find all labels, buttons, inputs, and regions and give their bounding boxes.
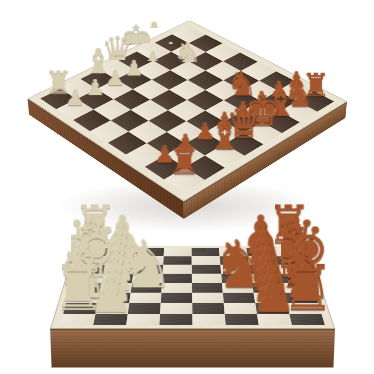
piece-brown-pawn: ♟ bbox=[211, 46, 238, 133]
square-f8 bbox=[284, 293, 318, 303]
ground-shadow-bottom bbox=[52, 344, 332, 364]
piece-brown-pawn: ♟ bbox=[230, 36, 257, 122]
square-e8 bbox=[282, 283, 315, 293]
square-e1 bbox=[69, 283, 102, 293]
square-e1 bbox=[119, 51, 154, 69]
square-e6 bbox=[205, 100, 242, 121]
square-b8 bbox=[276, 256, 307, 265]
square-c7 bbox=[249, 265, 280, 274]
piece-brown-queen: ♛ bbox=[230, 56, 258, 144]
square-b6 bbox=[220, 256, 249, 265]
square-f1 bbox=[66, 293, 100, 303]
square-c3 bbox=[133, 265, 163, 274]
square-c7 bbox=[186, 132, 225, 155]
square-e3 bbox=[152, 70, 188, 89]
piece-white-pawn: ♟ bbox=[82, 16, 108, 99]
square-c2 bbox=[97, 79, 133, 99]
square-d5 bbox=[168, 100, 205, 121]
square-g7 bbox=[255, 303, 289, 314]
square-b5 bbox=[129, 121, 167, 143]
square-d3 bbox=[133, 80, 169, 100]
square-g6 bbox=[242, 81, 278, 101]
square-e5 bbox=[187, 90, 224, 111]
square-f6 bbox=[223, 293, 255, 303]
square-e6 bbox=[222, 283, 254, 293]
piece-brown-king: ♚ bbox=[249, 46, 276, 133]
piece-white-pawn: ♟ bbox=[140, 0, 165, 70]
square-a4 bbox=[90, 120, 128, 142]
piece-white-knight: ♞ bbox=[160, 0, 184, 43]
square-g7 bbox=[261, 91, 298, 112]
square-f3 bbox=[129, 293, 161, 303]
square-b3 bbox=[94, 99, 131, 120]
square-g8 bbox=[280, 101, 317, 122]
square-a4 bbox=[164, 248, 192, 256]
square-h8 bbox=[297, 91, 334, 112]
square-h7 bbox=[278, 81, 314, 101]
piece-white-rook: ♜ bbox=[62, 215, 95, 320]
square-c8 bbox=[205, 144, 245, 168]
square-f3 bbox=[170, 61, 205, 80]
square-a2 bbox=[108, 248, 137, 256]
square-c1 bbox=[75, 265, 106, 274]
square-d8 bbox=[225, 133, 264, 156]
chess-set-render: ♜♟♞♟♝♟♚♞♟♛♟♝♟♟♜♟♞♟♜♞♟♟♝♟♚♟♛♟♝♟♟♜ ♜♟♟♜♟♟♝… bbox=[0, 0, 374, 374]
square-d7 bbox=[250, 274, 282, 283]
square-d6 bbox=[186, 111, 224, 133]
square-e7 bbox=[224, 111, 262, 133]
square-b2 bbox=[106, 256, 136, 265]
piece-brown-bishop: ♝ bbox=[268, 36, 295, 122]
square-b5 bbox=[192, 256, 221, 265]
square-g4 bbox=[206, 61, 241, 80]
piece-white-pawn: ♟ bbox=[94, 215, 127, 320]
square-a3 bbox=[73, 110, 111, 132]
square-a6 bbox=[126, 143, 165, 167]
square-g2 bbox=[95, 303, 129, 314]
square-g2 bbox=[171, 43, 205, 61]
piece-brown-pawn: ♟ bbox=[258, 215, 291, 320]
square-g6 bbox=[224, 303, 257, 314]
square-h2 bbox=[93, 314, 128, 325]
square-f8 bbox=[262, 111, 300, 133]
square-d7 bbox=[205, 122, 243, 144]
square-d4 bbox=[150, 90, 187, 111]
square-b3 bbox=[134, 256, 163, 265]
piece-white-pawn: ♟ bbox=[158, 0, 183, 61]
piece-white-pawn: ♟ bbox=[176, 0, 200, 52]
square-h6 bbox=[259, 71, 295, 91]
square-e3 bbox=[131, 283, 162, 293]
square-h1 bbox=[60, 314, 96, 325]
square-d2 bbox=[116, 70, 152, 89]
square-c6 bbox=[220, 265, 250, 274]
piece-brown-pawn: ♟ bbox=[171, 66, 199, 155]
square-h1 bbox=[172, 26, 206, 43]
square-g3 bbox=[188, 52, 223, 70]
square-f4 bbox=[188, 71, 224, 90]
square-c6 bbox=[167, 121, 205, 143]
piece-brown-pawn: ♟ bbox=[248, 27, 274, 111]
square-f5 bbox=[205, 80, 241, 100]
square-a6 bbox=[219, 248, 248, 256]
chess-board-side: ♜♟♟♜♟♟♝♟♟♝♛♟♟♛♚♟♟♚♝♟♞♞♟♝♞♟♟♞♜♟♟♜ bbox=[50, 246, 335, 329]
square-a5 bbox=[108, 132, 147, 155]
square-d4 bbox=[162, 274, 192, 283]
piece-white-bishop: ♝ bbox=[142, 0, 166, 52]
square-c2 bbox=[104, 265, 135, 274]
square-g1 bbox=[155, 34, 189, 52]
square-e2 bbox=[135, 61, 170, 80]
square-a7 bbox=[145, 155, 185, 179]
square-e5 bbox=[192, 283, 223, 293]
square-d5 bbox=[192, 274, 222, 283]
piece-brown-pawn: ♟ bbox=[266, 18, 292, 101]
square-b2 bbox=[77, 89, 114, 110]
square-h3 bbox=[206, 43, 240, 61]
square-g1 bbox=[63, 303, 98, 314]
piece-white-pawn: ♟ bbox=[194, 0, 218, 43]
piece-white-rook: ♜ bbox=[46, 16, 72, 99]
piece-brown-pawn: ♟ bbox=[283, 9, 309, 91]
square-g3 bbox=[128, 303, 161, 314]
piece-brown-rook: ♜ bbox=[303, 18, 329, 101]
square-b8 bbox=[185, 155, 225, 179]
square-c4 bbox=[131, 100, 168, 121]
piece-white-king: ♚ bbox=[124, 0, 149, 61]
piece-brown-rook: ♜ bbox=[170, 88, 199, 180]
piece-white-pawn: ♟ bbox=[121, 0, 146, 79]
square-h8 bbox=[289, 314, 325, 325]
square-d6 bbox=[221, 274, 252, 283]
square-h5 bbox=[241, 62, 276, 81]
piece-brown-rook: ♜ bbox=[291, 215, 324, 320]
square-c3 bbox=[114, 89, 151, 110]
piece-white-queen: ♛ bbox=[105, 0, 130, 70]
square-h5 bbox=[192, 314, 225, 325]
square-c5 bbox=[192, 265, 221, 274]
square-b1 bbox=[77, 256, 107, 265]
piece-brown-knight: ♞ bbox=[229, 17, 255, 100]
square-h3 bbox=[126, 314, 160, 325]
square-a5 bbox=[192, 248, 220, 256]
square-h7 bbox=[257, 314, 292, 325]
square-f2 bbox=[153, 52, 188, 70]
square-f6 bbox=[224, 90, 261, 111]
square-d8 bbox=[280, 274, 312, 283]
square-c8 bbox=[278, 265, 309, 274]
ground-shadow-top bbox=[57, 180, 317, 232]
square-g5 bbox=[223, 71, 259, 90]
square-c4 bbox=[163, 265, 192, 274]
square-b1 bbox=[61, 79, 97, 99]
piece-white-rook: ♜ bbox=[177, 0, 201, 34]
square-e2 bbox=[100, 283, 132, 293]
square-h6 bbox=[225, 314, 259, 325]
square-e4 bbox=[169, 80, 205, 100]
chess-board-overhead: ♜♟♞♟♝♟♚♞♟♛♟♝♟♟♜♟♞♟♜♞♟♟♝♟♚♟♛♟♝♟♟♜ bbox=[28, 20, 348, 201]
square-b7 bbox=[248, 256, 278, 265]
piece-brown-knight: ♞ bbox=[288, 206, 320, 308]
square-b7 bbox=[166, 144, 205, 168]
square-f7 bbox=[254, 293, 287, 303]
piece-brown-bishop: ♝ bbox=[211, 66, 239, 155]
piece-white-pawn: ♟ bbox=[62, 25, 88, 109]
piece-brown-knight: ♞ bbox=[285, 27, 311, 112]
piece-white-knight: ♞ bbox=[175, 0, 200, 70]
square-g8 bbox=[287, 303, 322, 314]
square-a1 bbox=[40, 89, 77, 109]
square-b6 bbox=[147, 132, 186, 155]
square-a3 bbox=[136, 248, 165, 256]
square-h4 bbox=[159, 314, 192, 325]
square-g5 bbox=[192, 303, 224, 314]
square-c5 bbox=[149, 110, 187, 132]
square-b4 bbox=[163, 256, 192, 265]
piece-brown-pawn: ♟ bbox=[151, 76, 179, 167]
square-h2 bbox=[189, 35, 223, 53]
square-c1 bbox=[80, 70, 116, 89]
square-a1 bbox=[80, 248, 110, 256]
square-f4 bbox=[161, 293, 192, 303]
piece-white-bishop: ♝ bbox=[86, 0, 111, 79]
square-f1 bbox=[137, 43, 171, 61]
square-d2 bbox=[102, 274, 133, 283]
square-f2 bbox=[98, 293, 131, 303]
piece-white-pawn: ♟ bbox=[102, 7, 128, 89]
square-g4 bbox=[160, 303, 192, 314]
square-f5 bbox=[192, 293, 224, 303]
square-f7 bbox=[243, 101, 280, 122]
square-e7 bbox=[252, 283, 284, 293]
square-a7 bbox=[246, 248, 275, 256]
square-a2 bbox=[56, 99, 93, 120]
square-e8 bbox=[244, 122, 282, 144]
piece-brown-pawn: ♟ bbox=[191, 56, 219, 144]
square-h4 bbox=[223, 52, 258, 70]
square-e4 bbox=[161, 283, 192, 293]
square-d1 bbox=[100, 60, 135, 79]
square-d3 bbox=[132, 274, 163, 283]
square-a8 bbox=[274, 248, 304, 256]
square-b4 bbox=[111, 110, 149, 132]
square-d1 bbox=[72, 274, 104, 283]
